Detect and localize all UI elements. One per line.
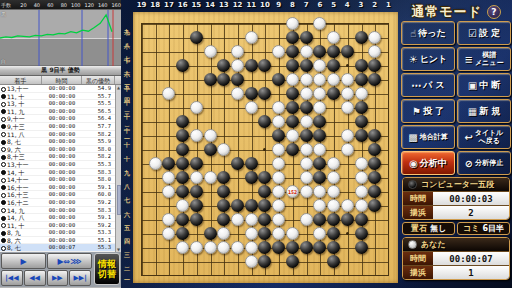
playback-controls: ▶ ▶⇔⋙ |◀◀ ◀◀ ▶▶ ▶▶| 情報 切替 bbox=[0, 252, 121, 287]
move-row[interactable]: 14, 八00:00:0059.1 bbox=[0, 214, 121, 222]
return-icon: ↩ bbox=[464, 132, 472, 143]
black-captures-value: 2 bbox=[433, 206, 509, 219]
header-move: 着手 bbox=[0, 76, 42, 84]
black-time-value: 00:00:03 bbox=[433, 192, 509, 205]
star-point bbox=[346, 232, 349, 235]
move-row[interactable]: 9,十一00:00:0056.4 bbox=[0, 115, 121, 123]
black-stone bbox=[231, 199, 244, 212]
menu-list-icon: ≡ bbox=[465, 54, 473, 65]
white-time-label: 時間 bbox=[403, 252, 433, 265]
black-stone bbox=[245, 199, 258, 212]
button-label: 棋譜メニュー bbox=[475, 51, 504, 67]
black-stone bbox=[286, 241, 299, 254]
last-move-stone: 152 bbox=[286, 185, 299, 198]
button-label: 設 定 bbox=[479, 27, 500, 40]
column-label: 9 bbox=[276, 1, 281, 9]
white-stone bbox=[245, 255, 258, 268]
black-stone bbox=[231, 73, 244, 86]
step-back-button[interactable]: ◀◀ bbox=[24, 270, 46, 286]
black-stone bbox=[355, 129, 368, 142]
white-stone bbox=[341, 199, 354, 212]
move-row[interactable]: 16,十二00:00:0059.2 bbox=[0, 199, 121, 207]
chart-x-axis: 手数 20406080100120140160 bbox=[0, 0, 121, 9]
move-row[interactable]: 8, 九00:00:0053.3 bbox=[0, 229, 121, 237]
move-row[interactable]: 16,十三00:00:0060.0 bbox=[0, 191, 121, 199]
komi-label: コミ bbox=[463, 223, 479, 234]
column-label: 5 bbox=[331, 1, 336, 9]
white-stone bbox=[341, 129, 354, 142]
white-stone bbox=[231, 45, 244, 58]
move-row[interactable]: 14, 九00:00:0058.3 bbox=[0, 207, 121, 215]
black-stone bbox=[327, 255, 340, 268]
column-label: 15 bbox=[192, 1, 202, 9]
black-stone bbox=[355, 213, 368, 226]
black-stone bbox=[204, 227, 217, 240]
analysis-panel: 手数 20406080100120140160 黒 白 黒 9目半 優勢 着手 … bbox=[0, 0, 121, 288]
black-stone bbox=[231, 157, 244, 170]
black-stone bbox=[327, 59, 340, 72]
chart-tick: 140 bbox=[94, 2, 107, 8]
black-stone bbox=[190, 185, 203, 198]
move-row[interactable]: 13, 十00:00:0055.5 bbox=[0, 100, 121, 108]
black-stone bbox=[286, 101, 299, 114]
new-board-icon: ▦ bbox=[468, 106, 477, 117]
chart-plot-area: 黒 白 bbox=[0, 9, 121, 65]
white-stone bbox=[341, 73, 354, 86]
speech-bubble-icon: ⋯ bbox=[411, 80, 421, 91]
設定-button[interactable]: ☑設 定 bbox=[457, 21, 511, 45]
table-body[interactable]: 13,十一00:00:0054.911, 十00:00:0055.713, 十0… bbox=[0, 85, 121, 252]
white-stone bbox=[300, 73, 313, 86]
black-player-name: コンピュータ一五段 bbox=[421, 179, 494, 190]
white-stone bbox=[190, 101, 203, 114]
black-stone bbox=[204, 73, 217, 86]
パス-button[interactable]: ⋯パ ス bbox=[401, 73, 455, 97]
game-settings-row: 置石 無し コミ 6目半 bbox=[402, 222, 510, 235]
white-stone bbox=[355, 171, 368, 184]
suspend-icon: ▣ bbox=[468, 80, 477, 91]
move-row[interactable]: 8, 六00:00:0055.1 bbox=[0, 237, 121, 245]
play-button[interactable]: ▶ bbox=[1, 253, 46, 269]
chart-tick: 40 bbox=[27, 2, 40, 8]
white-stone bbox=[355, 185, 368, 198]
black-stone bbox=[286, 59, 299, 72]
chart-tick: 60 bbox=[40, 2, 53, 8]
chart-tick: 160 bbox=[107, 2, 120, 8]
info-toggle-button[interactable]: 情報 切替 bbox=[94, 253, 120, 285]
white-captures-value: 1 bbox=[433, 266, 509, 279]
white-time-value: 00:00:07 bbox=[433, 252, 509, 265]
move-row[interactable]: 13,十一00:00:0055.3 bbox=[0, 161, 121, 169]
komi-value: 6目半 bbox=[482, 223, 504, 234]
white-stone bbox=[231, 241, 244, 254]
flag-icon: ⚑ bbox=[412, 106, 421, 117]
中断-button[interactable]: ▣中 断 bbox=[457, 73, 511, 97]
white-stone bbox=[190, 171, 203, 184]
column-label: 1 bbox=[386, 1, 391, 9]
white-stone bbox=[204, 241, 217, 254]
column-label: 14 bbox=[205, 1, 215, 9]
autoplay-button[interactable]: ▶⇔⋙ bbox=[47, 253, 92, 269]
lightbulb-icon: ☀ bbox=[409, 54, 418, 65]
move-row[interactable]: 14, 十00:00:0058.3 bbox=[0, 169, 121, 177]
black-stone bbox=[355, 115, 368, 128]
white-stone bbox=[231, 213, 244, 226]
button-label: 分析停止 bbox=[475, 159, 503, 167]
button-label: タイトルへ戻る bbox=[475, 129, 504, 145]
black-stone bbox=[355, 227, 368, 240]
chart-tick: 120 bbox=[81, 2, 94, 8]
white-stone bbox=[300, 45, 313, 58]
move-row[interactable]: 14,十一00:00:0058.0 bbox=[0, 176, 121, 184]
hand-icon: ☝ bbox=[410, 28, 416, 39]
column-label: 17 bbox=[164, 1, 174, 9]
scroll-down-icon[interactable]: ▼ bbox=[117, 247, 120, 252]
black-stone bbox=[300, 129, 313, 142]
button-label: パ ス bbox=[423, 79, 445, 92]
command-buttons: ☝待った☑設 定☀ヒント≡棋譜メニュー⋯パ ス▣中 断⚑投 了▦新 規▩地合計算… bbox=[401, 21, 511, 175]
white-stone bbox=[245, 213, 258, 226]
white-stone bbox=[300, 213, 313, 226]
white-stone bbox=[355, 199, 368, 212]
black-stone bbox=[355, 31, 368, 44]
column-label: 18 bbox=[150, 1, 160, 9]
column-label: 12 bbox=[233, 1, 243, 9]
white-stone bbox=[327, 185, 340, 198]
column-label: 3 bbox=[359, 1, 364, 9]
handicap-label: 置石 bbox=[411, 223, 427, 234]
新規-button[interactable]: ▦新 規 bbox=[457, 99, 511, 123]
投了-button[interactable]: ⚑投 了 bbox=[401, 99, 455, 123]
black-time-label: 時間 bbox=[403, 192, 433, 205]
white-stone bbox=[327, 199, 340, 212]
white-stone bbox=[355, 87, 368, 100]
black-stone bbox=[327, 87, 340, 100]
go-app-window: 手数 20406080100120140160 黒 白 黒 9目半 優勢 着手 … bbox=[0, 0, 512, 288]
white-stone bbox=[190, 129, 203, 142]
move-row[interactable]: 8, 七00:00:0755.3 bbox=[0, 244, 121, 252]
move-row[interactable]: 11, 九00:00:0056.5 bbox=[0, 108, 121, 116]
black-stone bbox=[286, 115, 299, 128]
white-stone bbox=[149, 157, 162, 170]
white-stone bbox=[245, 101, 258, 114]
goban-area: 19181716151413121110987654321 十九十八十七十六十五… bbox=[121, 0, 398, 288]
black-stone bbox=[204, 143, 217, 156]
column-label: 4 bbox=[345, 1, 350, 9]
タイトルへ戻る-button[interactable]: ↩タイトルへ戻る bbox=[457, 125, 511, 149]
white-stone bbox=[300, 115, 313, 128]
column-label: 7 bbox=[304, 1, 309, 9]
move-row[interactable]: 8,十三00:00:0058.2 bbox=[0, 153, 121, 161]
待った-button[interactable]: ☝待った bbox=[401, 21, 455, 45]
white-stone bbox=[300, 171, 313, 184]
move-history-table[interactable]: 着手 時間 黒の優勢(%) 13,十一00:00:0054.911, 十00:0… bbox=[0, 76, 121, 252]
white-stone bbox=[286, 129, 299, 142]
black-stone bbox=[245, 59, 258, 72]
white-stone bbox=[245, 241, 258, 254]
chart-tick: 20 bbox=[13, 2, 26, 8]
move-row[interactable]: 13,十一00:00:0054.9 bbox=[0, 85, 121, 93]
column-label: 16 bbox=[178, 1, 188, 9]
move-row[interactable]: 11, 十00:00:0059.2 bbox=[0, 222, 121, 230]
chart-axis-caption: 手数 bbox=[1, 2, 13, 8]
column-label: 8 bbox=[290, 1, 295, 9]
white-stone bbox=[245, 227, 258, 240]
go-board[interactable]: 152 bbox=[133, 12, 398, 283]
header-time: 時間 bbox=[42, 76, 82, 84]
棋譜メニュー-button[interactable]: ≡棋譜メニュー bbox=[457, 47, 511, 71]
black-captures-label: 揚浜 bbox=[403, 206, 433, 219]
command-panel: 通常モード ? ☝待った☑設 定☀ヒント≡棋譜メニュー⋯パ ス▣中 断⚑投 了▦… bbox=[398, 0, 512, 288]
black-stone bbox=[245, 157, 258, 170]
to-start-button[interactable]: |◀◀ bbox=[1, 270, 23, 286]
button-label: 投 了 bbox=[423, 105, 444, 118]
column-label: 19 bbox=[137, 1, 147, 9]
chart-tick: 100 bbox=[67, 2, 80, 8]
black-stone bbox=[327, 213, 340, 226]
analyzing-icon: ◉ bbox=[409, 158, 418, 169]
black-stone bbox=[341, 213, 354, 226]
button-label: 中 断 bbox=[479, 79, 500, 92]
checkbox-icon: ☑ bbox=[468, 28, 477, 39]
row-coordinates: 十九十八十七十六十五十四十三十二十一十九八七六五四三二一 bbox=[121, 12, 133, 288]
black-stone bbox=[286, 143, 299, 156]
black-stone bbox=[286, 45, 299, 58]
territory-icon: ▩ bbox=[408, 132, 417, 143]
chart-tick: 80 bbox=[54, 2, 67, 8]
black-stone bbox=[190, 31, 203, 44]
white-stone bbox=[231, 59, 244, 72]
white-stone bbox=[204, 129, 217, 142]
move-row[interactable]: 11, 十00:00:0055.7 bbox=[0, 93, 121, 101]
black-stone bbox=[327, 227, 340, 240]
分析中-button[interactable]: ◉分析中 bbox=[401, 151, 455, 175]
black-stone bbox=[327, 241, 340, 254]
column-label: 13 bbox=[219, 1, 229, 9]
black-stone bbox=[245, 171, 258, 184]
black-player-panel: コンピュータ一五段 時間 00:00:03 揚浜 2 bbox=[402, 177, 510, 220]
分析停止-button[interactable]: ⊘分析停止 bbox=[457, 151, 511, 175]
black-stone bbox=[355, 59, 368, 72]
button-label: 分析中 bbox=[420, 157, 447, 170]
column-label: 10 bbox=[260, 1, 270, 9]
table-header: 着手 時間 黒の優勢(%) bbox=[0, 76, 121, 85]
help-icon[interactable]: ? bbox=[487, 5, 501, 19]
star-point bbox=[346, 64, 349, 67]
mode-title: 通常モード bbox=[411, 3, 482, 21]
button-label: 待った bbox=[418, 27, 445, 40]
to-end-button[interactable]: ▶▶| bbox=[69, 270, 91, 286]
地合計算-button[interactable]: ▩地合計算 bbox=[401, 125, 455, 149]
black-stone bbox=[327, 45, 340, 58]
scroll-up-icon[interactable]: ▲ bbox=[117, 85, 120, 90]
black-stone bbox=[190, 157, 203, 170]
white-stone bbox=[245, 31, 258, 44]
white-stone bbox=[300, 157, 313, 170]
black-stone bbox=[300, 59, 313, 72]
move-row[interactable]: 8, 七00:00:0055.9 bbox=[0, 138, 121, 146]
white-stone bbox=[341, 87, 354, 100]
move-row[interactable]: 16,十一00:00:0059.1 bbox=[0, 184, 121, 192]
column-label: 11 bbox=[246, 1, 256, 9]
white-stone bbox=[190, 241, 203, 254]
move-row[interactable]: 9, 六00:00:0058.0 bbox=[0, 146, 121, 154]
white-player-panel: あなた 時間 00:00:07 揚浜 1 bbox=[402, 237, 510, 280]
black-stone bbox=[300, 101, 313, 114]
black-stone bbox=[190, 213, 203, 226]
white-stone bbox=[327, 73, 340, 86]
white-stone bbox=[286, 227, 299, 240]
white-stone-icon bbox=[408, 240, 417, 249]
black-stone-icon bbox=[408, 180, 417, 189]
column-label: 2 bbox=[372, 1, 377, 9]
black-stone bbox=[286, 87, 299, 100]
column-label: 6 bbox=[317, 1, 322, 9]
winrate-chart: 手数 20406080100120140160 黒 白 bbox=[0, 0, 121, 65]
button-label: 地合計算 bbox=[420, 133, 448, 141]
white-stone bbox=[300, 143, 313, 156]
white-stone bbox=[286, 73, 299, 86]
white-stone bbox=[300, 87, 313, 100]
button-label: 新 規 bbox=[479, 105, 500, 118]
header-advantage: 黒の優勢(%) bbox=[82, 76, 115, 84]
white-stone bbox=[327, 31, 340, 44]
white-player-name: あなた bbox=[421, 239, 446, 250]
black-stone bbox=[355, 73, 368, 86]
white-stone bbox=[341, 143, 354, 156]
last-move-number: 152 bbox=[287, 186, 298, 197]
step-forward-button[interactable]: ▶▶ bbox=[47, 270, 69, 286]
move-row[interactable]: 11, 八00:00:0058.2 bbox=[0, 131, 121, 139]
black-stone bbox=[245, 87, 258, 100]
white-stone bbox=[286, 17, 299, 30]
black-stone bbox=[286, 255, 299, 268]
black-stone bbox=[286, 31, 299, 44]
button-label: ヒント bbox=[420, 53, 448, 66]
white-captures-label: 揚浜 bbox=[403, 266, 433, 279]
handicap-value: 無し bbox=[430, 223, 446, 234]
winrate-line bbox=[0, 10, 121, 66]
black-stone bbox=[190, 199, 203, 212]
white-stone bbox=[300, 185, 313, 198]
column-coordinates: 19181716151413121110987654321 bbox=[133, 0, 398, 12]
white-stone bbox=[204, 45, 217, 58]
status-bar: 黒 9目半 優勢 bbox=[0, 65, 121, 76]
black-stone bbox=[341, 45, 354, 58]
white-stone bbox=[341, 101, 354, 114]
move-row[interactable]: 9,十三00:00:0057.7 bbox=[0, 123, 121, 131]
white-stone bbox=[327, 157, 340, 170]
black-stone bbox=[355, 101, 368, 114]
white-stone bbox=[327, 171, 340, 184]
ヒント-button[interactable]: ☀ヒント bbox=[401, 47, 455, 71]
black-stone bbox=[355, 241, 368, 254]
black-stone bbox=[300, 241, 313, 254]
black-stone bbox=[300, 31, 313, 44]
stop-analysis-icon: ⊘ bbox=[465, 158, 473, 169]
white-stone bbox=[231, 87, 244, 100]
white-stone bbox=[355, 157, 368, 170]
white-stone bbox=[204, 171, 217, 184]
